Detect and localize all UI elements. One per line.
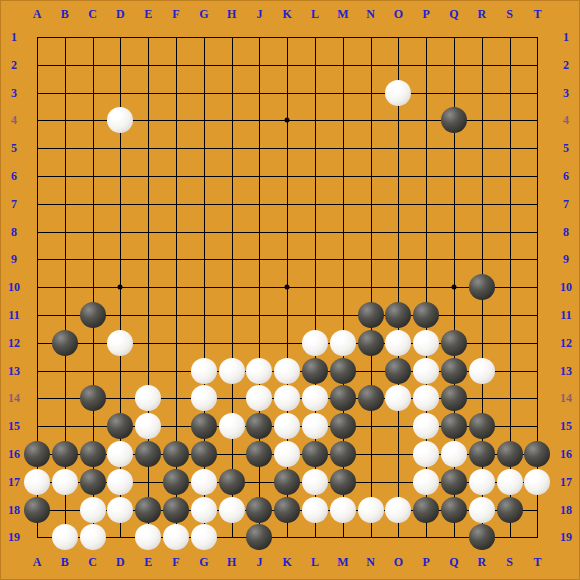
intersection-T10[interactable]: [523, 273, 551, 301]
intersection-G11[interactable]: [190, 301, 218, 329]
intersection-O4[interactable]: [384, 106, 412, 134]
intersection-E14[interactable]: [134, 384, 162, 412]
intersection-D6[interactable]: [106, 162, 134, 190]
intersection-S8[interactable]: [496, 218, 524, 246]
intersection-P14[interactable]: [412, 384, 440, 412]
intersection-F5[interactable]: [162, 134, 190, 162]
intersection-K5[interactable]: [273, 134, 301, 162]
intersection-L1[interactable]: [301, 23, 329, 51]
intersection-R10[interactable]: [468, 273, 496, 301]
intersection-S12[interactable]: [496, 329, 524, 357]
intersection-S19[interactable]: [496, 523, 524, 551]
intersection-T2[interactable]: [523, 51, 551, 79]
intersection-G10[interactable]: [190, 273, 218, 301]
intersection-S18[interactable]: [496, 496, 524, 524]
intersection-T1[interactable]: [523, 23, 551, 51]
intersection-Q13[interactable]: [440, 357, 468, 385]
intersection-F9[interactable]: [162, 245, 190, 273]
intersection-C10[interactable]: [79, 273, 107, 301]
intersection-L14[interactable]: [301, 384, 329, 412]
intersection-F4[interactable]: [162, 106, 190, 134]
intersection-L13[interactable]: [301, 357, 329, 385]
intersection-N8[interactable]: [357, 218, 385, 246]
intersection-R14[interactable]: [468, 384, 496, 412]
intersection-O10[interactable]: [384, 273, 412, 301]
intersection-G7[interactable]: [190, 190, 218, 218]
intersection-F17[interactable]: [162, 468, 190, 496]
intersection-O5[interactable]: [384, 134, 412, 162]
intersection-G16[interactable]: [190, 440, 218, 468]
intersection-F3[interactable]: [162, 79, 190, 107]
intersection-T11[interactable]: [523, 301, 551, 329]
intersection-Q16[interactable]: [440, 440, 468, 468]
intersection-G8[interactable]: [190, 218, 218, 246]
intersection-N6[interactable]: [357, 162, 385, 190]
intersection-H7[interactable]: [218, 190, 246, 218]
intersection-T4[interactable]: [523, 106, 551, 134]
intersection-F14[interactable]: [162, 384, 190, 412]
intersection-L19[interactable]: [301, 523, 329, 551]
intersection-N16[interactable]: [357, 440, 385, 468]
intersection-Q4[interactable]: [440, 106, 468, 134]
intersection-R1[interactable]: [468, 23, 496, 51]
intersection-K18[interactable]: [273, 496, 301, 524]
intersection-T8[interactable]: [523, 218, 551, 246]
intersection-Q12[interactable]: [440, 329, 468, 357]
intersection-H16[interactable]: [218, 440, 246, 468]
intersection-B9[interactable]: [51, 245, 79, 273]
intersection-J6[interactable]: [245, 162, 273, 190]
intersection-S15[interactable]: [496, 412, 524, 440]
intersection-P8[interactable]: [412, 218, 440, 246]
intersection-C13[interactable]: [79, 357, 107, 385]
intersection-P13[interactable]: [412, 357, 440, 385]
intersection-R5[interactable]: [468, 134, 496, 162]
intersection-A15[interactable]: [23, 412, 51, 440]
intersection-H3[interactable]: [218, 79, 246, 107]
intersection-B3[interactable]: [51, 79, 79, 107]
intersection-D7[interactable]: [106, 190, 134, 218]
intersection-C19[interactable]: [79, 523, 107, 551]
intersection-R18[interactable]: [468, 496, 496, 524]
intersection-J14[interactable]: [245, 384, 273, 412]
intersection-R7[interactable]: [468, 190, 496, 218]
intersection-R6[interactable]: [468, 162, 496, 190]
intersection-K14[interactable]: [273, 384, 301, 412]
intersection-B17[interactable]: [51, 468, 79, 496]
intersection-N15[interactable]: [357, 412, 385, 440]
intersection-F13[interactable]: [162, 357, 190, 385]
intersection-A12[interactable]: [23, 329, 51, 357]
intersection-A10[interactable]: [23, 273, 51, 301]
intersection-K11[interactable]: [273, 301, 301, 329]
intersection-M18[interactable]: [329, 496, 357, 524]
intersection-N9[interactable]: [357, 245, 385, 273]
intersection-H6[interactable]: [218, 162, 246, 190]
intersection-Q14[interactable]: [440, 384, 468, 412]
intersection-G5[interactable]: [190, 134, 218, 162]
intersection-B6[interactable]: [51, 162, 79, 190]
intersection-D2[interactable]: [106, 51, 134, 79]
intersection-T5[interactable]: [523, 134, 551, 162]
intersection-M2[interactable]: [329, 51, 357, 79]
intersection-T3[interactable]: [523, 79, 551, 107]
intersection-T19[interactable]: [523, 523, 551, 551]
intersection-O16[interactable]: [384, 440, 412, 468]
intersection-F19[interactable]: [162, 523, 190, 551]
intersection-A14[interactable]: [23, 384, 51, 412]
intersection-A5[interactable]: [23, 134, 51, 162]
intersection-K19[interactable]: [273, 523, 301, 551]
intersection-N7[interactable]: [357, 190, 385, 218]
intersection-M7[interactable]: [329, 190, 357, 218]
intersection-D18[interactable]: [106, 496, 134, 524]
intersection-T15[interactable]: [523, 412, 551, 440]
intersection-E15[interactable]: [134, 412, 162, 440]
intersection-C6[interactable]: [79, 162, 107, 190]
intersection-S11[interactable]: [496, 301, 524, 329]
intersection-O19[interactable]: [384, 523, 412, 551]
intersection-K3[interactable]: [273, 79, 301, 107]
intersection-B15[interactable]: [51, 412, 79, 440]
intersection-J7[interactable]: [245, 190, 273, 218]
intersection-F8[interactable]: [162, 218, 190, 246]
intersection-M15[interactable]: [329, 412, 357, 440]
intersection-K16[interactable]: [273, 440, 301, 468]
intersection-N12[interactable]: [357, 329, 385, 357]
intersection-B8[interactable]: [51, 218, 79, 246]
intersection-A6[interactable]: [23, 162, 51, 190]
intersection-P1[interactable]: [412, 23, 440, 51]
intersection-A17[interactable]: [23, 468, 51, 496]
intersection-D10[interactable]: [106, 273, 134, 301]
intersection-R17[interactable]: [468, 468, 496, 496]
intersection-N17[interactable]: [357, 468, 385, 496]
intersection-Q18[interactable]: [440, 496, 468, 524]
intersection-F7[interactable]: [162, 190, 190, 218]
intersection-M3[interactable]: [329, 79, 357, 107]
intersection-S6[interactable]: [496, 162, 524, 190]
intersection-Q19[interactable]: [440, 523, 468, 551]
intersection-M4[interactable]: [329, 106, 357, 134]
intersection-E16[interactable]: [134, 440, 162, 468]
intersection-E1[interactable]: [134, 23, 162, 51]
intersection-P18[interactable]: [412, 496, 440, 524]
intersection-L2[interactable]: [301, 51, 329, 79]
intersection-O18[interactable]: [384, 496, 412, 524]
intersection-D19[interactable]: [106, 523, 134, 551]
intersection-M6[interactable]: [329, 162, 357, 190]
intersection-O3[interactable]: [384, 79, 412, 107]
intersection-P10[interactable]: [412, 273, 440, 301]
intersection-K10[interactable]: [273, 273, 301, 301]
intersection-H18[interactable]: [218, 496, 246, 524]
intersection-M13[interactable]: [329, 357, 357, 385]
intersection-C2[interactable]: [79, 51, 107, 79]
intersection-Q11[interactable]: [440, 301, 468, 329]
intersection-M8[interactable]: [329, 218, 357, 246]
intersection-J10[interactable]: [245, 273, 273, 301]
intersection-F16[interactable]: [162, 440, 190, 468]
intersection-T14[interactable]: [523, 384, 551, 412]
intersection-R16[interactable]: [468, 440, 496, 468]
intersection-D11[interactable]: [106, 301, 134, 329]
intersection-L15[interactable]: [301, 412, 329, 440]
intersection-O12[interactable]: [384, 329, 412, 357]
intersection-L11[interactable]: [301, 301, 329, 329]
intersection-N2[interactable]: [357, 51, 385, 79]
intersection-G3[interactable]: [190, 79, 218, 107]
intersection-G14[interactable]: [190, 384, 218, 412]
intersection-C3[interactable]: [79, 79, 107, 107]
intersection-M10[interactable]: [329, 273, 357, 301]
intersection-T6[interactable]: [523, 162, 551, 190]
intersection-K17[interactable]: [273, 468, 301, 496]
intersection-H2[interactable]: [218, 51, 246, 79]
intersection-O6[interactable]: [384, 162, 412, 190]
intersection-L12[interactable]: [301, 329, 329, 357]
intersection-J16[interactable]: [245, 440, 273, 468]
intersection-D16[interactable]: [106, 440, 134, 468]
intersection-S10[interactable]: [496, 273, 524, 301]
intersection-G2[interactable]: [190, 51, 218, 79]
intersection-E3[interactable]: [134, 79, 162, 107]
intersection-Q5[interactable]: [440, 134, 468, 162]
intersection-Q7[interactable]: [440, 190, 468, 218]
intersection-Q9[interactable]: [440, 245, 468, 273]
intersection-D14[interactable]: [106, 384, 134, 412]
intersection-L5[interactable]: [301, 134, 329, 162]
intersection-R2[interactable]: [468, 51, 496, 79]
intersection-K2[interactable]: [273, 51, 301, 79]
intersection-P2[interactable]: [412, 51, 440, 79]
intersection-E18[interactable]: [134, 496, 162, 524]
intersection-S9[interactable]: [496, 245, 524, 273]
go-board[interactable]: AABBCCDDEEFFGGHHJJKKLLMMNNOOPPQQRRSSTT11…: [0, 0, 580, 580]
intersection-B12[interactable]: [51, 329, 79, 357]
intersection-H12[interactable]: [218, 329, 246, 357]
intersection-E8[interactable]: [134, 218, 162, 246]
intersection-L10[interactable]: [301, 273, 329, 301]
intersection-G13[interactable]: [190, 357, 218, 385]
intersection-P3[interactable]: [412, 79, 440, 107]
intersection-C11[interactable]: [79, 301, 107, 329]
intersection-B4[interactable]: [51, 106, 79, 134]
intersection-O1[interactable]: [384, 23, 412, 51]
intersection-F12[interactable]: [162, 329, 190, 357]
intersection-M17[interactable]: [329, 468, 357, 496]
intersection-G19[interactable]: [190, 523, 218, 551]
intersection-C12[interactable]: [79, 329, 107, 357]
intersection-K15[interactable]: [273, 412, 301, 440]
intersection-Q8[interactable]: [440, 218, 468, 246]
intersection-Q2[interactable]: [440, 51, 468, 79]
intersection-N5[interactable]: [357, 134, 385, 162]
intersection-D4[interactable]: [106, 106, 134, 134]
intersection-J8[interactable]: [245, 218, 273, 246]
intersection-L9[interactable]: [301, 245, 329, 273]
intersection-P12[interactable]: [412, 329, 440, 357]
intersection-F18[interactable]: [162, 496, 190, 524]
intersection-E6[interactable]: [134, 162, 162, 190]
intersection-R3[interactable]: [468, 79, 496, 107]
intersection-S5[interactable]: [496, 134, 524, 162]
intersection-F10[interactable]: [162, 273, 190, 301]
intersection-H19[interactable]: [218, 523, 246, 551]
intersection-T17[interactable]: [523, 468, 551, 496]
intersection-R15[interactable]: [468, 412, 496, 440]
intersection-M5[interactable]: [329, 134, 357, 162]
intersection-S1[interactable]: [496, 23, 524, 51]
intersection-E4[interactable]: [134, 106, 162, 134]
intersection-K6[interactable]: [273, 162, 301, 190]
intersection-G4[interactable]: [190, 106, 218, 134]
intersection-E10[interactable]: [134, 273, 162, 301]
intersection-K1[interactable]: [273, 23, 301, 51]
intersection-P5[interactable]: [412, 134, 440, 162]
intersection-A11[interactable]: [23, 301, 51, 329]
intersection-A3[interactable]: [23, 79, 51, 107]
intersection-F1[interactable]: [162, 23, 190, 51]
intersection-J9[interactable]: [245, 245, 273, 273]
intersection-R4[interactable]: [468, 106, 496, 134]
intersection-R11[interactable]: [468, 301, 496, 329]
intersection-H1[interactable]: [218, 23, 246, 51]
intersection-J2[interactable]: [245, 51, 273, 79]
intersection-C7[interactable]: [79, 190, 107, 218]
intersection-K9[interactable]: [273, 245, 301, 273]
intersection-N11[interactable]: [357, 301, 385, 329]
intersection-L3[interactable]: [301, 79, 329, 107]
intersection-J12[interactable]: [245, 329, 273, 357]
intersection-H17[interactable]: [218, 468, 246, 496]
intersection-P4[interactable]: [412, 106, 440, 134]
intersection-J5[interactable]: [245, 134, 273, 162]
intersection-P19[interactable]: [412, 523, 440, 551]
intersection-B7[interactable]: [51, 190, 79, 218]
intersection-B1[interactable]: [51, 23, 79, 51]
intersection-T7[interactable]: [523, 190, 551, 218]
intersection-O11[interactable]: [384, 301, 412, 329]
intersection-D3[interactable]: [106, 79, 134, 107]
intersection-N14[interactable]: [357, 384, 385, 412]
intersection-E17[interactable]: [134, 468, 162, 496]
intersection-K8[interactable]: [273, 218, 301, 246]
intersection-G15[interactable]: [190, 412, 218, 440]
intersection-M14[interactable]: [329, 384, 357, 412]
intersection-C18[interactable]: [79, 496, 107, 524]
intersection-G6[interactable]: [190, 162, 218, 190]
intersection-Q17[interactable]: [440, 468, 468, 496]
intersection-G12[interactable]: [190, 329, 218, 357]
intersection-J13[interactable]: [245, 357, 273, 385]
intersection-F2[interactable]: [162, 51, 190, 79]
intersection-A13[interactable]: [23, 357, 51, 385]
intersection-A2[interactable]: [23, 51, 51, 79]
intersection-K12[interactable]: [273, 329, 301, 357]
intersection-E19[interactable]: [134, 523, 162, 551]
intersection-J1[interactable]: [245, 23, 273, 51]
intersection-G17[interactable]: [190, 468, 218, 496]
intersection-A19[interactable]: [23, 523, 51, 551]
intersection-B5[interactable]: [51, 134, 79, 162]
intersection-D17[interactable]: [106, 468, 134, 496]
intersection-R13[interactable]: [468, 357, 496, 385]
intersection-G9[interactable]: [190, 245, 218, 273]
intersection-O15[interactable]: [384, 412, 412, 440]
intersection-F11[interactable]: [162, 301, 190, 329]
intersection-J3[interactable]: [245, 79, 273, 107]
intersection-B14[interactable]: [51, 384, 79, 412]
intersection-H10[interactable]: [218, 273, 246, 301]
intersection-N1[interactable]: [357, 23, 385, 51]
intersection-P17[interactable]: [412, 468, 440, 496]
intersection-N10[interactable]: [357, 273, 385, 301]
intersection-M9[interactable]: [329, 245, 357, 273]
intersection-K7[interactable]: [273, 190, 301, 218]
intersection-S16[interactable]: [496, 440, 524, 468]
intersection-O13[interactable]: [384, 357, 412, 385]
intersection-A9[interactable]: [23, 245, 51, 273]
intersection-G1[interactable]: [190, 23, 218, 51]
intersection-K13[interactable]: [273, 357, 301, 385]
intersection-B2[interactable]: [51, 51, 79, 79]
intersection-B13[interactable]: [51, 357, 79, 385]
intersection-A16[interactable]: [23, 440, 51, 468]
intersection-G18[interactable]: [190, 496, 218, 524]
intersection-E2[interactable]: [134, 51, 162, 79]
intersection-O9[interactable]: [384, 245, 412, 273]
intersection-N13[interactable]: [357, 357, 385, 385]
intersection-C5[interactable]: [79, 134, 107, 162]
intersection-S14[interactable]: [496, 384, 524, 412]
intersection-O8[interactable]: [384, 218, 412, 246]
intersection-C17[interactable]: [79, 468, 107, 496]
intersection-P6[interactable]: [412, 162, 440, 190]
intersection-L8[interactable]: [301, 218, 329, 246]
intersection-N4[interactable]: [357, 106, 385, 134]
intersection-D12[interactable]: [106, 329, 134, 357]
intersection-B19[interactable]: [51, 523, 79, 551]
intersection-T13[interactable]: [523, 357, 551, 385]
intersection-B10[interactable]: [51, 273, 79, 301]
intersection-O17[interactable]: [384, 468, 412, 496]
intersection-F15[interactable]: [162, 412, 190, 440]
intersection-Q15[interactable]: [440, 412, 468, 440]
intersection-R9[interactable]: [468, 245, 496, 273]
intersection-J4[interactable]: [245, 106, 273, 134]
intersection-E9[interactable]: [134, 245, 162, 273]
intersection-R12[interactable]: [468, 329, 496, 357]
intersection-H11[interactable]: [218, 301, 246, 329]
intersection-A8[interactable]: [23, 218, 51, 246]
intersection-L18[interactable]: [301, 496, 329, 524]
intersection-O2[interactable]: [384, 51, 412, 79]
intersection-R8[interactable]: [468, 218, 496, 246]
intersection-D13[interactable]: [106, 357, 134, 385]
intersection-E7[interactable]: [134, 190, 162, 218]
intersection-A4[interactable]: [23, 106, 51, 134]
intersection-S13[interactable]: [496, 357, 524, 385]
intersection-T9[interactable]: [523, 245, 551, 273]
intersection-N3[interactable]: [357, 79, 385, 107]
intersection-E13[interactable]: [134, 357, 162, 385]
intersection-M19[interactable]: [329, 523, 357, 551]
intersection-D15[interactable]: [106, 412, 134, 440]
intersection-D8[interactable]: [106, 218, 134, 246]
intersection-M1[interactable]: [329, 23, 357, 51]
intersection-C9[interactable]: [79, 245, 107, 273]
